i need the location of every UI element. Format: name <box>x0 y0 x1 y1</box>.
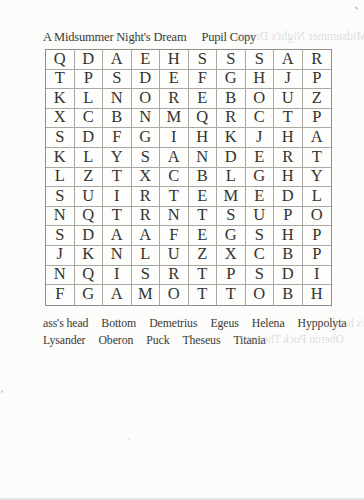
grid-cell-r8c2: U <box>75 187 104 207</box>
grid-cell-r6c3: Y <box>103 148 132 168</box>
grid-cell-r3c2: L <box>75 89 104 109</box>
grid-cell-r4c8: C <box>246 109 275 129</box>
grid-cell-r7c8: G <box>246 168 275 188</box>
grid-cell-r10c10: P <box>303 226 332 246</box>
grid-cell-r4c5: M <box>160 109 189 129</box>
grid-cell-r9c10: O <box>303 207 332 227</box>
word-list-item: Hyppolyta <box>298 316 347 331</box>
grid-cell-r2c7: G <box>217 70 246 90</box>
grid-cell-r6c6: N <box>189 148 218 168</box>
grid-cell-r6c10: T <box>303 148 332 168</box>
grid-cell-r9c9: P <box>274 207 303 227</box>
grid-cell-r2c6: F <box>189 70 218 90</box>
grid-cell-r12c2: Q <box>75 266 104 286</box>
grid-cell-r13c9: B <box>274 285 303 305</box>
grid-cell-r6c4: S <box>132 148 161 168</box>
grid-cell-r7c7: L <box>217 168 246 188</box>
grid-cell-r13c1: F <box>46 285 75 305</box>
grid-cell-r5c9: H <box>274 128 303 148</box>
word-list-item: Puck <box>146 333 169 348</box>
page-title: A Midsummer Night's Dream <box>43 30 186 44</box>
word-list-item: Demetrius <box>149 316 197 331</box>
grid-cell-r2c8: H <box>246 70 275 90</box>
grid-cell-r9c7: S <box>217 207 246 227</box>
grid-cell-r10c1: S <box>46 226 75 246</box>
word-list-line-1: ass's headBottomDemetriusEgeusHelenaHypp… <box>43 315 343 332</box>
grid-cell-r13c8: O <box>246 285 275 305</box>
grid-cell-r7c6: B <box>189 168 218 188</box>
grid-cell-r13c4: M <box>132 285 161 305</box>
grid-cell-r2c5: E <box>160 70 189 90</box>
grid-cell-r4c10: P <box>303 109 332 129</box>
grid-cell-r7c2: Z <box>75 168 104 188</box>
grid-cell-r12c1: N <box>46 266 75 286</box>
grid-cell-r10c3: A <box>103 226 132 246</box>
grid-cell-r4c3: B <box>103 109 132 129</box>
grid-cell-r5c5: I <box>160 128 189 148</box>
scan-speck <box>86 55 88 57</box>
grid-cell-r10c9: H <box>274 226 303 246</box>
pupil-copy-label: Pupil Copy <box>201 30 256 44</box>
grid-cell-r7c3: T <box>103 168 132 188</box>
grid-cell-r8c4: R <box>132 187 161 207</box>
grid-cell-r5c1: S <box>46 128 75 148</box>
scanned-worksheet-page: A Midsummer Night's DreamPupil Copy A Mi… <box>0 0 364 500</box>
grid-cell-r3c1: K <box>46 89 75 109</box>
grid-cell-r8c6: E <box>189 187 218 207</box>
grid-cell-r12c5: R <box>160 266 189 286</box>
grid-cell-r10c7: G <box>217 226 246 246</box>
grid-cell-r7c5: C <box>160 168 189 188</box>
grid-cell-r2c3: S <box>103 70 132 90</box>
grid-cell-r12c4: S <box>132 266 161 286</box>
grid-cell-r8c7: M <box>217 187 246 207</box>
grid-cell-r13c5: O <box>160 285 189 305</box>
grid-cell-r1c6: S <box>189 50 218 70</box>
grid-cell-r10c8: S <box>246 226 275 246</box>
grid-cell-r4c7: R <box>217 109 246 129</box>
grid-cell-r3c3: N <box>103 89 132 109</box>
grid-cell-r5c8: J <box>246 128 275 148</box>
word-search-grid: QDAEHSSSARTPSDEFGHJPKLNOREBOUZXCBNMQRCTP… <box>45 49 332 306</box>
grid-cell-r1c3: A <box>103 50 132 70</box>
grid-cell-r11c5: U <box>160 246 189 266</box>
grid-cell-r6c5: A <box>160 148 189 168</box>
word-list-item: Egeus <box>210 316 238 331</box>
grid-cell-r9c4: R <box>132 207 161 227</box>
grid-cell-r2c9: J <box>274 70 303 90</box>
grid-cell-r11c3: N <box>103 246 132 266</box>
word-list-item: Lysander <box>43 333 85 348</box>
grid-cell-r12c6: T <box>189 266 218 286</box>
grid-cell-r11c7: X <box>217 246 246 266</box>
grid-cell-r3c9: U <box>274 89 303 109</box>
grid-cell-r10c4: A <box>132 226 161 246</box>
grid-cell-r9c1: N <box>46 207 75 227</box>
grid-cell-r4c2: C <box>75 109 104 129</box>
grid-cell-r10c5: F <box>160 226 189 246</box>
grid-cell-r4c9: T <box>274 109 303 129</box>
grid-cell-r9c3: T <box>103 207 132 227</box>
scan-speck <box>128 438 130 440</box>
grid-cell-r12c10: I <box>303 266 332 286</box>
grid-cell-r13c3: A <box>103 285 132 305</box>
grid-cell-r4c1: X <box>46 109 75 129</box>
grid-cell-r5c7: K <box>217 128 246 148</box>
grid-cell-r4c6: Q <box>189 109 218 129</box>
grid-cell-r1c10: R <box>303 50 332 70</box>
word-list-item: Bottom <box>101 316 136 331</box>
grid-cell-r6c2: L <box>75 148 104 168</box>
grid-cell-r1c7: S <box>217 50 246 70</box>
grid-cell-r11c4: L <box>132 246 161 266</box>
grid-cell-r11c6: Z <box>189 246 218 266</box>
word-list-item: Theseus <box>182 333 220 348</box>
word-list-item: Titania <box>233 333 265 348</box>
grid-cell-r2c2: P <box>75 70 104 90</box>
grid-cell-r8c3: I <box>103 187 132 207</box>
grid-cell-r8c8: E <box>246 187 275 207</box>
grid-cell-r8c10: L <box>303 187 332 207</box>
grid-cell-r9c5: N <box>160 207 189 227</box>
grid-cell-r11c10: P <box>303 246 332 266</box>
grid-cell-r2c1: T <box>46 70 75 90</box>
scan-speck <box>1 390 3 393</box>
grid-cell-r8c9: D <box>274 187 303 207</box>
grid-cell-r1c9: A <box>274 50 303 70</box>
grid-cell-r3c5: R <box>160 89 189 109</box>
grid-cell-r10c6: E <box>189 226 218 246</box>
grid-cell-r12c7: P <box>217 266 246 286</box>
grid-cell-r13c7: T <box>217 285 246 305</box>
grid-cell-r11c1: J <box>46 246 75 266</box>
grid-cell-r13c2: G <box>75 285 104 305</box>
grid-cell-r2c10: P <box>303 70 332 90</box>
grid-cell-r9c6: T <box>189 207 218 227</box>
grid-cell-r1c4: E <box>132 50 161 70</box>
word-list: ass's headBottomDemetriusEgeusHelenaHypp… <box>43 315 343 349</box>
grid-cell-r5c4: G <box>132 128 161 148</box>
grid-cell-r12c8: S <box>246 266 275 286</box>
grid-cell-r7c1: L <box>46 168 75 188</box>
word-list-item: Oberon <box>98 333 133 348</box>
grid-cell-r5c10: A <box>303 128 332 148</box>
grid-cell-r6c1: K <box>46 148 75 168</box>
grid-cell-r1c2: D <box>75 50 104 70</box>
grid-cell-r6c7: D <box>217 148 246 168</box>
grid-cell-r10c2: D <box>75 226 104 246</box>
grid-cell-r11c9: B <box>274 246 303 266</box>
word-list-item: ass's head <box>43 316 88 331</box>
word-list-line-2: LysanderOberonPuckTheseusTitania <box>43 332 343 349</box>
grid-cell-r3c6: E <box>189 89 218 109</box>
grid-cell-r3c10: Z <box>303 89 332 109</box>
grid-cell-r5c6: H <box>189 128 218 148</box>
scan-speck <box>355 6 359 9</box>
grid-cell-r8c1: S <box>46 187 75 207</box>
grid-cell-r6c9: R <box>274 148 303 168</box>
grid-cell-r1c1: Q <box>46 50 75 70</box>
grid-cell-r3c4: O <box>132 89 161 109</box>
title-row: A Midsummer Night's DreamPupil Copy <box>43 30 256 45</box>
grid-cell-r7c4: X <box>132 168 161 188</box>
grid-cell-r5c3: F <box>103 128 132 148</box>
grid-cell-r13c10: H <box>303 285 332 305</box>
grid-cell-r11c8: C <box>246 246 275 266</box>
grid-cell-r3c7: B <box>217 89 246 109</box>
grid-cell-r9c2: Q <box>75 207 104 227</box>
grid-cell-r13c6: T <box>189 285 218 305</box>
grid-cell-r2c4: D <box>132 70 161 90</box>
grid-cell-r7c9: H <box>274 168 303 188</box>
grid-cell-r1c8: S <box>246 50 275 70</box>
grid-cell-r5c2: D <box>75 128 104 148</box>
grid-cell-r7c10: Y <box>303 168 332 188</box>
grid-cell-r6c8: E <box>246 148 275 168</box>
grid-cell-r1c5: H <box>160 50 189 70</box>
grid-cell-r9c8: U <box>246 207 275 227</box>
grid-cell-r4c4: N <box>132 109 161 129</box>
word-list-item: Helena <box>252 316 285 331</box>
grid-cell-r8c5: T <box>160 187 189 207</box>
grid-cell-r12c3: I <box>103 266 132 286</box>
grid-cell-r12c9: D <box>274 266 303 286</box>
grid-cell-r11c2: K <box>75 246 104 266</box>
grid-cell-r3c8: O <box>246 89 275 109</box>
